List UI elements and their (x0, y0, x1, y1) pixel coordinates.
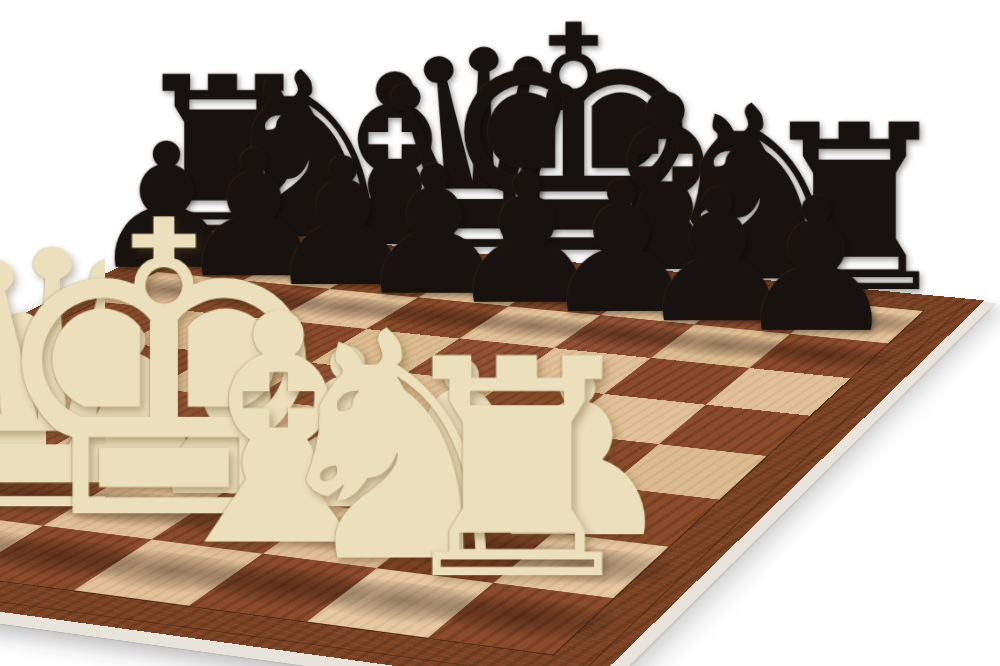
square-h5[interactable] (659, 405, 810, 456)
piece-black-pawn-h7[interactable]: ♟ (733, 173, 899, 358)
square-h1[interactable]: ♜ (428, 583, 613, 654)
chess-board: ♜♞♝♛♚♝♞♜♟♟♟♟♟♟♟♟♟♟♟♟♟♟♟♟♜♞♝♛♚♝♞♜ (0, 228, 985, 666)
board-squares-grid: ♜♞♝♛♚♝♞♜♟♟♟♟♟♟♟♟♟♟♟♟♟♟♟♟♜♞♝♛♚♝♞♜ (0, 244, 923, 654)
chessboard-photo: ♜♞♝♛♚♝♞♜♟♟♟♟♟♟♟♟♟♟♟♟♟♟♟♟♜♞♝♛♚♝♞♜ (0, 0, 1000, 666)
piece-white-rook-h1[interactable]: ♜ (382, 321, 652, 622)
